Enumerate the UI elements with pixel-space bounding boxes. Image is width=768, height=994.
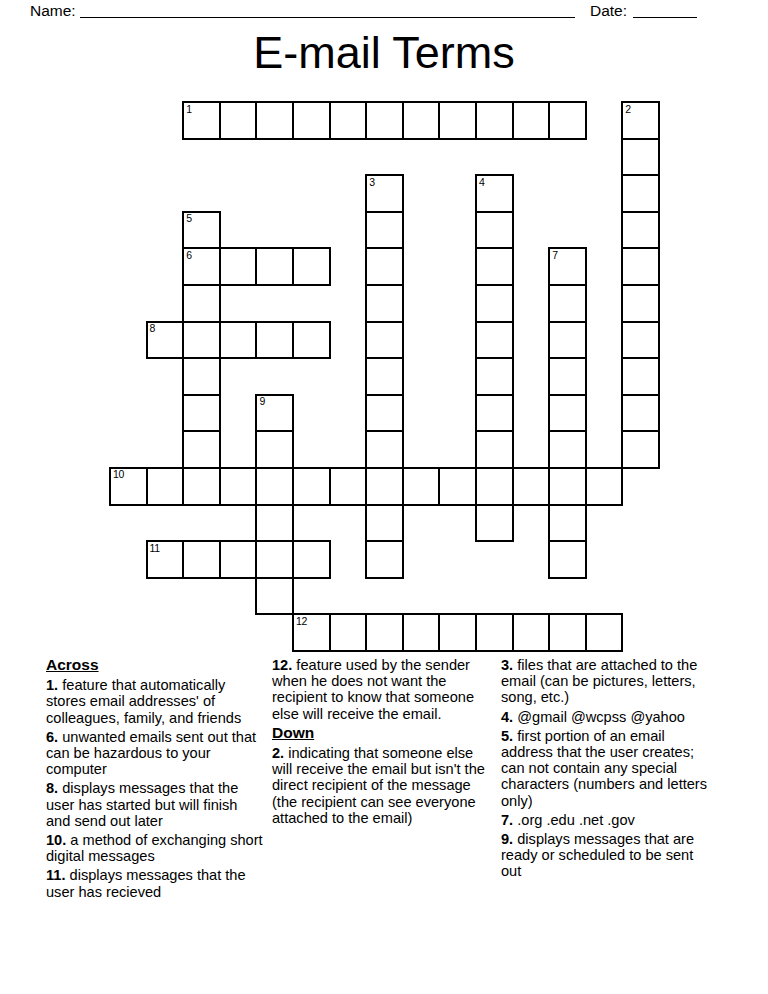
cell-r11c10[interactable] bbox=[439, 468, 476, 505]
cell-r11c11[interactable] bbox=[476, 468, 513, 505]
cell-r7c11[interactable] bbox=[476, 322, 513, 359]
cell-r15c8[interactable] bbox=[366, 614, 403, 651]
cell-r12c5[interactable] bbox=[256, 505, 293, 542]
cell-r13c4[interactable] bbox=[220, 541, 257, 578]
cell-r9c13[interactable] bbox=[549, 395, 586, 432]
across-heading: Across bbox=[46, 657, 263, 673]
cell-r9c11[interactable] bbox=[476, 395, 513, 432]
cell-r8c11[interactable] bbox=[476, 358, 513, 395]
clue-number-1: 1 bbox=[186, 104, 192, 115]
cell-r3c8[interactable]: 3 bbox=[366, 175, 403, 212]
cell-r4c3[interactable]: 5 bbox=[183, 212, 220, 249]
clue-column-2: 12. feature used by the sender when he d… bbox=[272, 657, 496, 829]
worksheet-page: Name: Date: E-mail Terms 123456789101112… bbox=[0, 0, 768, 994]
clue-number-7: 7 bbox=[552, 250, 558, 261]
cell-r11c2[interactable] bbox=[147, 468, 184, 505]
cell-r12c11[interactable] bbox=[476, 505, 513, 542]
clue-number-4: 4 bbox=[479, 177, 485, 188]
cell-r15c14[interactable] bbox=[586, 614, 623, 651]
cell-r11c5[interactable] bbox=[256, 468, 293, 505]
across-clue-12: 12. feature used by the sender when he d… bbox=[272, 657, 496, 722]
down-clue-3: 3. files that are attached to the email … bbox=[501, 657, 712, 706]
cell-r9c5[interactable]: 9 bbox=[256, 395, 293, 432]
date-label: Date: bbox=[590, 2, 627, 20]
cell-r10c13[interactable] bbox=[549, 431, 586, 468]
cell-r15c9[interactable] bbox=[403, 614, 440, 651]
cell-r13c3[interactable] bbox=[183, 541, 220, 578]
cell-r9c15[interactable] bbox=[622, 395, 659, 432]
date-input-line[interactable] bbox=[633, 1, 697, 18]
down-clue-9: 9. displays messages that are ready or s… bbox=[501, 831, 712, 880]
cell-r11c1[interactable]: 10 bbox=[110, 468, 147, 505]
cell-r10c15[interactable] bbox=[622, 431, 659, 468]
crossword-grid: 123456789101112 bbox=[110, 102, 659, 651]
cell-r11c12[interactable] bbox=[513, 468, 550, 505]
cell-r10c11[interactable] bbox=[476, 431, 513, 468]
cell-r7c6[interactable] bbox=[293, 322, 330, 359]
cell-r7c15[interactable] bbox=[622, 322, 659, 359]
cell-r5c11[interactable] bbox=[476, 248, 513, 285]
cell-r15c7[interactable] bbox=[330, 614, 367, 651]
cell-r8c15[interactable] bbox=[622, 358, 659, 395]
across-clue-11: 11. displays messages that the user has … bbox=[46, 867, 263, 899]
cell-r13c13[interactable] bbox=[549, 541, 586, 578]
down-heading: Down bbox=[272, 725, 496, 741]
cell-r1c3[interactable]: 1 bbox=[183, 102, 220, 139]
cell-r14c5[interactable] bbox=[256, 578, 293, 615]
across-clue-1: 1. feature that automatically stores ema… bbox=[46, 677, 263, 726]
cell-r8c3[interactable] bbox=[183, 358, 220, 395]
across-clue-8: 8. displays messages that the user has s… bbox=[46, 780, 263, 829]
cell-r1c13[interactable] bbox=[549, 102, 586, 139]
cell-r1c8[interactable] bbox=[366, 102, 403, 139]
cell-r7c8[interactable] bbox=[366, 322, 403, 359]
clue-number-9: 9 bbox=[259, 396, 265, 407]
cell-r4c15[interactable] bbox=[622, 212, 659, 249]
cell-r3c11[interactable]: 4 bbox=[476, 175, 513, 212]
clue-number-6: 6 bbox=[186, 250, 192, 261]
cell-r6c13[interactable] bbox=[549, 285, 586, 322]
cell-r11c3[interactable] bbox=[183, 468, 220, 505]
cell-r11c9[interactable] bbox=[403, 468, 440, 505]
cell-r1c5[interactable] bbox=[256, 102, 293, 139]
cell-r5c13[interactable]: 7 bbox=[549, 248, 586, 285]
cell-r1c11[interactable] bbox=[476, 102, 513, 139]
down-clue-4: 4. @gmail @wcpss @yahoo bbox=[501, 709, 712, 725]
cell-r13c8[interactable] bbox=[366, 541, 403, 578]
cell-r1c7[interactable] bbox=[330, 102, 367, 139]
cell-r1c4[interactable] bbox=[220, 102, 257, 139]
cell-r6c15[interactable] bbox=[622, 285, 659, 322]
cell-r13c5[interactable] bbox=[256, 541, 293, 578]
clue-number-11: 11 bbox=[150, 543, 160, 554]
cell-r9c3[interactable] bbox=[183, 395, 220, 432]
clue-number-8: 8 bbox=[150, 323, 156, 334]
cell-r5c3[interactable]: 6 bbox=[183, 248, 220, 285]
cell-r7c3[interactable] bbox=[183, 322, 220, 359]
cell-r2c15[interactable] bbox=[622, 139, 659, 176]
cell-r5c4[interactable] bbox=[220, 248, 257, 285]
cell-r11c14[interactable] bbox=[586, 468, 623, 505]
cell-r4c11[interactable] bbox=[476, 212, 513, 249]
cell-r1c12[interactable] bbox=[513, 102, 550, 139]
name-label: Name: bbox=[30, 2, 76, 20]
cell-r1c15[interactable]: 2 bbox=[622, 102, 659, 139]
page-title: E-mail Terms bbox=[0, 26, 768, 80]
down-clue-7: 7. .org .edu .net .gov bbox=[501, 812, 712, 828]
cell-r8c13[interactable] bbox=[549, 358, 586, 395]
cell-r6c11[interactable] bbox=[476, 285, 513, 322]
cell-r10c5[interactable] bbox=[256, 431, 293, 468]
cell-r7c4[interactable] bbox=[220, 322, 257, 359]
cell-r15c11[interactable] bbox=[476, 614, 513, 651]
cell-r15c13[interactable] bbox=[549, 614, 586, 651]
clue-number-5: 5 bbox=[186, 213, 192, 224]
cell-r11c7[interactable] bbox=[330, 468, 367, 505]
clue-number-3: 3 bbox=[369, 177, 375, 188]
cell-r9c8[interactable] bbox=[366, 395, 403, 432]
cell-r15c6[interactable]: 12 bbox=[293, 614, 330, 651]
cell-r7c13[interactable] bbox=[549, 322, 586, 359]
cell-r4c8[interactable] bbox=[366, 212, 403, 249]
clue-number-10: 10 bbox=[113, 469, 124, 480]
cell-r10c3[interactable] bbox=[183, 431, 220, 468]
cell-r13c6[interactable] bbox=[293, 541, 330, 578]
cell-r10c8[interactable] bbox=[366, 431, 403, 468]
down-clue-5: 5. first portion of an email address tha… bbox=[501, 728, 712, 809]
cell-r13c2[interactable]: 11 bbox=[147, 541, 184, 578]
cell-r5c15[interactable] bbox=[622, 248, 659, 285]
cell-r11c4[interactable] bbox=[220, 468, 257, 505]
clue-column-3: 3. files that are attached to the email … bbox=[501, 657, 712, 883]
cell-r8c8[interactable] bbox=[366, 358, 403, 395]
clue-column-1: Across1. feature that automatically stor… bbox=[46, 657, 263, 903]
name-input-line[interactable] bbox=[80, 1, 575, 18]
cell-r6c8[interactable] bbox=[366, 285, 403, 322]
cell-r12c8[interactable] bbox=[366, 505, 403, 542]
clue-number-12: 12 bbox=[296, 616, 307, 627]
cell-r5c6[interactable] bbox=[293, 248, 330, 285]
cell-r1c6[interactable] bbox=[293, 102, 330, 139]
cell-r7c5[interactable] bbox=[256, 322, 293, 359]
cell-r7c2[interactable]: 8 bbox=[147, 322, 184, 359]
cell-r3c15[interactable] bbox=[622, 175, 659, 212]
cell-r1c10[interactable] bbox=[439, 102, 476, 139]
cell-r12c13[interactable] bbox=[549, 505, 586, 542]
cell-r11c13[interactable] bbox=[549, 468, 586, 505]
cell-r5c8[interactable] bbox=[366, 248, 403, 285]
clue-number-2: 2 bbox=[625, 104, 631, 115]
cell-r1c9[interactable] bbox=[403, 102, 440, 139]
cell-r6c3[interactable] bbox=[183, 285, 220, 322]
across-clue-10: 10. a method of exchanging short digital… bbox=[46, 832, 263, 864]
down-clue-2: 2. indicating that someone else will rec… bbox=[272, 745, 496, 826]
cell-r15c12[interactable] bbox=[513, 614, 550, 651]
cell-r15c10[interactable] bbox=[439, 614, 476, 651]
cell-r5c5[interactable] bbox=[256, 248, 293, 285]
cell-r11c6[interactable] bbox=[293, 468, 330, 505]
across-clue-6: 6. unwanted emails sent out that can be … bbox=[46, 729, 263, 778]
cell-r11c8[interactable] bbox=[366, 468, 403, 505]
